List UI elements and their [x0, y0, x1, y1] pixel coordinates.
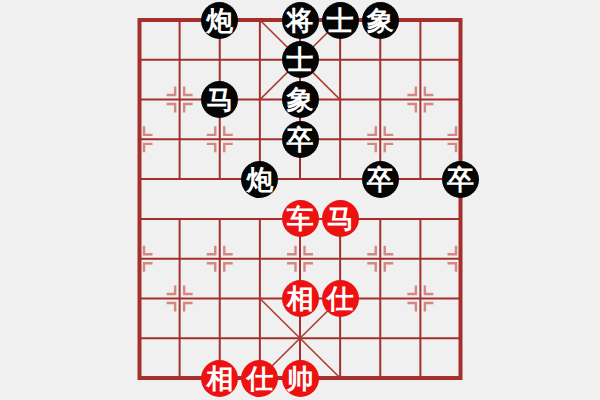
piece-red-elephant[interactable]: 相 — [282, 280, 319, 317]
piece-black-general[interactable]: 将 — [282, 2, 319, 39]
xiangqi-board[interactable]: 炮将士象士马象卒炮卒卒车马相仕相仕帅 — [0, 0, 600, 400]
piece-black-cannon[interactable]: 炮 — [201, 2, 238, 39]
piece-red-general[interactable]: 帅 — [282, 360, 319, 397]
piece-black-advisor[interactable]: 士 — [322, 2, 359, 39]
piece-black-elephant[interactable]: 象 — [362, 2, 399, 39]
piece-red-horse[interactable]: 马 — [322, 200, 359, 237]
piece-red-elephant[interactable]: 相 — [201, 360, 238, 397]
piece-black-elephant[interactable]: 象 — [282, 81, 319, 118]
piece-black-cannon[interactable]: 炮 — [241, 161, 278, 198]
piece-black-soldier[interactable]: 卒 — [282, 121, 319, 158]
xiangqi-app: 炮将士象士马象卒炮卒卒车马相仕相仕帅 — [0, 0, 600, 400]
pieces-layer: 炮将士象士马象卒炮卒卒车马相仕相仕帅 — [0, 0, 600, 400]
piece-red-chariot[interactable]: 车 — [282, 200, 319, 237]
piece-black-horse[interactable]: 马 — [201, 81, 238, 118]
piece-black-soldier[interactable]: 卒 — [362, 161, 399, 198]
piece-black-advisor[interactable]: 士 — [282, 41, 319, 78]
piece-red-advisor[interactable]: 仕 — [322, 280, 359, 317]
piece-black-soldier[interactable]: 卒 — [442, 161, 479, 198]
piece-red-advisor[interactable]: 仕 — [241, 360, 278, 397]
